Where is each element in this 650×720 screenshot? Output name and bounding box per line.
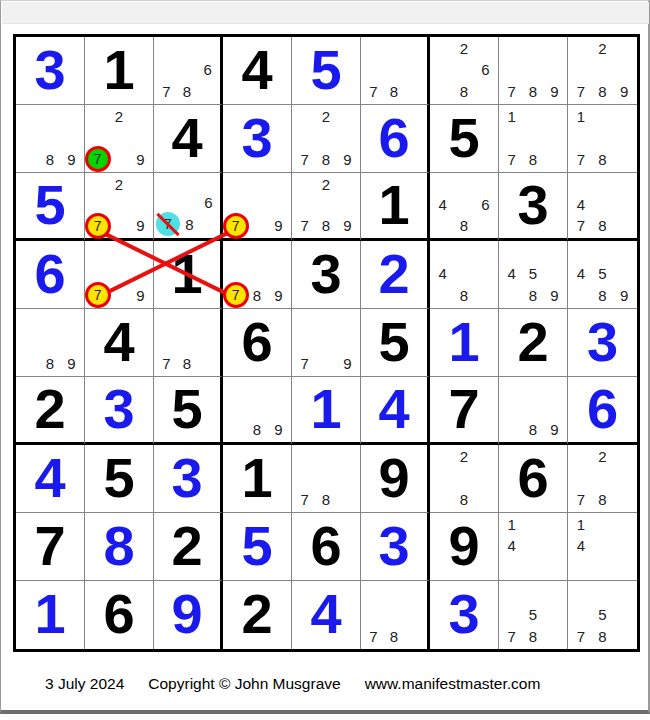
cell-r4c8[interactable]: 4589 xyxy=(499,241,568,309)
pencil-mark-2: 2 xyxy=(592,446,614,467)
pencil-mark-8: 8 xyxy=(453,489,474,510)
pencil-mark-7: 7 xyxy=(294,215,315,236)
pencil-mark-8: 8 xyxy=(453,285,474,306)
cell-r5c5[interactable]: 79 xyxy=(292,309,361,377)
pencil-grid: 4589 xyxy=(501,242,565,306)
cell-r5c3[interactable]: 78 xyxy=(154,309,223,377)
given-digit: 4 xyxy=(171,110,202,166)
pencil-mark-8: 8 xyxy=(592,489,614,510)
pencil-grid: 89 xyxy=(501,378,565,440)
solved-digit: 5 xyxy=(34,177,65,233)
pencil-grid: 89 xyxy=(18,106,82,170)
pencil-mark-7: 7 xyxy=(570,215,592,236)
cell-r5c6[interactable]: 5 xyxy=(361,309,430,377)
pencil-mark-7: 7 xyxy=(156,353,177,374)
cell-r2c9[interactable]: 178 xyxy=(568,105,637,173)
candidate-circle-yellow: 7 xyxy=(223,282,249,308)
cell-r1c1[interactable]: 3 xyxy=(16,37,85,105)
pencil-grid: 2789 xyxy=(294,174,358,236)
cell-r1c4[interactable]: 4 xyxy=(223,37,292,105)
cell-r9c4[interactable]: 2 xyxy=(223,581,292,649)
cell-r1c6[interactable]: 78 xyxy=(361,37,430,105)
pencil-grid: 78 xyxy=(156,310,218,374)
cell-r6c5[interactable]: 1 xyxy=(292,377,361,445)
solved-digit: 5 xyxy=(241,518,272,574)
cell-r4c9[interactable]: 4589 xyxy=(568,241,637,309)
pencil-mark-8: 8 xyxy=(180,212,199,236)
cell-r8c9[interactable]: 14 xyxy=(568,513,637,581)
cell-r8c7[interactable]: 9 xyxy=(430,513,499,581)
solved-digit: 4 xyxy=(34,450,65,506)
pencil-mark-8: 8 xyxy=(315,149,336,170)
cell-r9c3[interactable]: 9 xyxy=(154,581,223,649)
pencil-grid: 48 xyxy=(432,242,496,306)
pencil-mark-1: 1 xyxy=(570,514,592,535)
cell-r5c9[interactable]: 3 xyxy=(568,309,637,377)
pencil-grid: 468 xyxy=(432,174,496,236)
solved-digit: 6 xyxy=(378,110,409,166)
pencil-grid: 578 xyxy=(570,582,635,647)
candidate-circle-yellow: 7 xyxy=(85,213,111,239)
solved-digit: 9 xyxy=(171,586,202,642)
cell-r3c8[interactable]: 3 xyxy=(499,173,568,241)
solved-digit: 6 xyxy=(587,381,618,437)
given-digit: 1 xyxy=(241,450,272,506)
solved-digit: 3 xyxy=(103,381,134,437)
given-digit: 7 xyxy=(448,381,479,437)
cell-r7c7[interactable]: 28 xyxy=(430,445,499,513)
pencil-mark-9: 9 xyxy=(613,81,635,102)
pencil-mark-4: 4 xyxy=(570,263,592,284)
pencil-grid: 89 xyxy=(225,378,289,440)
pencil-grid: 678 xyxy=(156,38,218,102)
given-digit: 2 xyxy=(34,381,65,437)
pencil-mark-7: 7 xyxy=(501,625,522,647)
cell-r8c6[interactable]: 3 xyxy=(361,513,430,581)
cell-r9c1[interactable]: 1 xyxy=(16,581,85,649)
solved-digit: 3 xyxy=(241,110,272,166)
given-digit: 6 xyxy=(241,314,272,370)
pencil-grid: 14 xyxy=(570,514,635,578)
cell-r2c8[interactable]: 178 xyxy=(499,105,568,173)
pencil-mark-9: 9 xyxy=(130,215,151,236)
cell-r9c9[interactable]: 578 xyxy=(568,581,637,649)
cell-r3c3[interactable]: 678 xyxy=(154,173,223,241)
pencil-mark-8: 8 xyxy=(177,353,198,374)
cell-r9c6[interactable]: 78 xyxy=(361,581,430,649)
given-digit: 3 xyxy=(517,177,548,233)
given-digit: 7 xyxy=(34,518,65,574)
pencil-mark-4: 4 xyxy=(432,195,453,216)
pencil-mark-7: 7 xyxy=(363,625,384,647)
cell-r6c2[interactable]: 3 xyxy=(85,377,154,445)
pencil-mark-9: 9 xyxy=(337,215,358,236)
given-digit: 1 xyxy=(103,42,134,98)
pencil-mark-4: 4 xyxy=(432,263,453,284)
cell-r5c4[interactable]: 6 xyxy=(223,309,292,377)
cell-r9c5[interactable]: 4 xyxy=(292,581,361,649)
pencil-mark-2: 2 xyxy=(315,106,336,127)
pencil-grid: 279 xyxy=(87,106,151,170)
cell-r6c4[interactable]: 89 xyxy=(223,377,292,445)
pencil-mark-8: 8 xyxy=(522,419,543,440)
top-strip xyxy=(2,2,649,24)
pencil-grid: 4589 xyxy=(570,242,635,306)
cell-r3c7[interactable]: 468 xyxy=(430,173,499,241)
cell-r4c6[interactable]: 2 xyxy=(361,241,430,309)
pencil-grid: 2789 xyxy=(570,38,635,102)
solved-digit: 3 xyxy=(378,518,409,574)
pencil-mark-9: 9 xyxy=(268,215,289,236)
pencil-mark-7: 7 xyxy=(363,81,384,102)
cell-r3c9[interactable]: 478 xyxy=(568,173,637,241)
pencil-mark-9: 9 xyxy=(544,285,565,306)
given-digit: 3 xyxy=(310,246,341,302)
pencil-grid: 178 xyxy=(501,106,565,170)
given-digit: 6 xyxy=(517,450,548,506)
cell-r4c1[interactable]: 6 xyxy=(16,241,85,309)
pencil-grid: 678 xyxy=(156,174,218,236)
pencil-grid: 89 xyxy=(18,310,82,374)
cell-r2c1[interactable]: 89 xyxy=(16,105,85,173)
given-digit: 9 xyxy=(378,450,409,506)
cell-r2c3[interactable]: 4 xyxy=(154,105,223,173)
solved-digit: 4 xyxy=(378,381,409,437)
pencil-mark-9: 9 xyxy=(544,81,565,102)
solved-digit: 3 xyxy=(171,450,202,506)
cell-r9c2[interactable]: 6 xyxy=(85,581,154,649)
pencil-grid: 78 xyxy=(294,446,358,510)
cell-r8c4[interactable]: 5 xyxy=(223,513,292,581)
pencil-mark-9: 9 xyxy=(130,149,151,170)
cell-r3c4[interactable]: 79 xyxy=(223,173,292,241)
cell-r6c9[interactable]: 6 xyxy=(568,377,637,445)
cell-r7c4[interactable]: 1 xyxy=(223,445,292,513)
cell-r5c2[interactable]: 4 xyxy=(85,309,154,377)
cell-r7c3[interactable]: 3 xyxy=(154,445,223,513)
pencil-mark-9: 9 xyxy=(61,353,82,374)
cell-r6c3[interactable]: 5 xyxy=(154,377,223,445)
pencil-mark-6: 6 xyxy=(199,193,218,212)
pencil-mark-5: 5 xyxy=(522,263,543,284)
pencil-grid: 2789 xyxy=(294,106,358,170)
cell-r2c5[interactable]: 2789 xyxy=(292,105,361,173)
cell-r7c5[interactable]: 78 xyxy=(292,445,361,513)
pencil-mark-2: 2 xyxy=(108,106,129,127)
page-frame: 3167845782687892789892794327896517817852… xyxy=(0,0,650,714)
pencil-mark-2: 2 xyxy=(453,446,474,467)
cell-r8c8[interactable]: 14 xyxy=(499,513,568,581)
footer-date: 3 July 2024 xyxy=(45,675,124,693)
cell-r1c2[interactable]: 1 xyxy=(85,37,154,105)
pencil-mark-8: 8 xyxy=(522,285,543,306)
solved-digit: 3 xyxy=(448,586,479,642)
cell-r3c1[interactable]: 5 xyxy=(16,173,85,241)
pencil-mark-9: 9 xyxy=(544,419,565,440)
pencil-mark-8: 8 xyxy=(39,353,60,374)
pencil-grid: 789 xyxy=(501,38,565,102)
given-digit: 2 xyxy=(241,586,272,642)
cell-r3c2[interactable]: 279 xyxy=(85,173,154,241)
pencil-mark-4: 4 xyxy=(501,535,522,556)
cell-r6c8[interactable]: 89 xyxy=(499,377,568,445)
pencil-grid: 78 xyxy=(363,38,425,102)
cell-r7c9[interactable]: 278 xyxy=(568,445,637,513)
solved-digit: 2 xyxy=(378,246,409,302)
given-digit: 2 xyxy=(517,314,548,370)
pencil-mark-7: 7 xyxy=(570,149,592,170)
solved-digit: 3 xyxy=(587,314,618,370)
pencil-mark-8: 8 xyxy=(522,81,543,102)
given-digit: 1 xyxy=(171,246,202,302)
cell-r7c1[interactable]: 4 xyxy=(16,445,85,513)
pencil-grid: 28 xyxy=(432,446,496,510)
pencil-mark-4: 4 xyxy=(570,535,592,556)
pencil-grid: 478 xyxy=(570,174,635,236)
cell-r9c7[interactable]: 3 xyxy=(430,581,499,649)
pencil-mark-9: 9 xyxy=(337,149,358,170)
pencil-grid: 79 xyxy=(294,310,358,374)
cell-r1c5[interactable]: 5 xyxy=(292,37,361,105)
cell-r2c7[interactable]: 5 xyxy=(430,105,499,173)
pencil-mark-5: 5 xyxy=(592,263,614,284)
pencil-mark-7: 7 xyxy=(501,149,522,170)
candidate-circle-cyan: 7 xyxy=(156,212,180,236)
pencil-mark-7: 7 xyxy=(294,489,315,510)
pencil-mark-9: 9 xyxy=(613,285,635,306)
cell-r5c8[interactable]: 2 xyxy=(499,309,568,377)
solved-digit: 3 xyxy=(34,42,65,98)
pencil-grid: 79 xyxy=(225,174,289,236)
solved-digit: 8 xyxy=(103,518,134,574)
cell-r2c6[interactable]: 6 xyxy=(361,105,430,173)
pencil-mark-2: 2 xyxy=(453,38,474,59)
cell-r6c6[interactable]: 4 xyxy=(361,377,430,445)
candidate-circle-yellow: 7 xyxy=(85,282,111,308)
solved-digit: 6 xyxy=(34,246,65,302)
cell-r1c9[interactable]: 2789 xyxy=(568,37,637,105)
pencil-grid: 268 xyxy=(432,38,496,102)
cell-r8c5[interactable]: 6 xyxy=(292,513,361,581)
cell-r3c5[interactable]: 2789 xyxy=(292,173,361,241)
pencil-mark-2: 2 xyxy=(592,38,614,59)
pencil-mark-9: 9 xyxy=(268,419,289,440)
cell-r1c3[interactable]: 678 xyxy=(154,37,223,105)
cell-r4c2[interactable]: 79 xyxy=(85,241,154,309)
given-digit: 5 xyxy=(448,110,479,166)
solved-digit: 4 xyxy=(310,586,341,642)
pencil-mark-8: 8 xyxy=(592,81,614,102)
pencil-grid: 78 xyxy=(363,582,425,647)
pencil-mark-2: 2 xyxy=(108,174,129,195)
pencil-grid: 79 xyxy=(87,242,151,306)
pencil-mark-8: 8 xyxy=(592,215,614,236)
pencil-mark-7: 7 xyxy=(570,489,592,510)
pencil-mark-7: 7 xyxy=(294,149,315,170)
pencil-mark-6: 6 xyxy=(197,59,218,80)
cell-r8c2[interactable]: 8 xyxy=(85,513,154,581)
cell-r3c6[interactable]: 1 xyxy=(361,173,430,241)
pencil-mark-8: 8 xyxy=(453,81,474,102)
pencil-mark-8: 8 xyxy=(522,625,543,647)
cell-r6c1[interactable]: 2 xyxy=(16,377,85,445)
given-digit: 1 xyxy=(378,177,409,233)
cell-r7c6[interactable]: 9 xyxy=(361,445,430,513)
pencil-mark-7: 7 xyxy=(570,625,592,647)
pencil-mark-9: 9 xyxy=(337,353,358,374)
candidate-circle-green: 7 xyxy=(85,146,111,172)
pencil-grid: 789 xyxy=(225,242,289,306)
cell-r1c8[interactable]: 789 xyxy=(499,37,568,105)
pencil-mark-7: 7 xyxy=(156,81,177,102)
pencil-mark-8: 8 xyxy=(592,625,614,647)
cell-r4c5[interactable]: 3 xyxy=(292,241,361,309)
cell-r4c7[interactable]: 48 xyxy=(430,241,499,309)
pencil-mark-2: 2 xyxy=(315,174,336,195)
pencil-mark-7: 7 xyxy=(570,81,592,102)
pencil-mark-8: 8 xyxy=(315,489,336,510)
cell-r7c2[interactable]: 5 xyxy=(85,445,154,513)
pencil-mark-9: 9 xyxy=(130,285,151,306)
pencil-mark-8: 8 xyxy=(246,285,267,306)
pencil-mark-9: 9 xyxy=(268,285,289,306)
pencil-mark-8: 8 xyxy=(246,419,267,440)
given-digit: 6 xyxy=(310,518,341,574)
cell-r5c7[interactable]: 1 xyxy=(430,309,499,377)
pencil-mark-4: 4 xyxy=(501,263,522,284)
pencil-grid: 279 xyxy=(87,174,151,236)
pencil-mark-8: 8 xyxy=(592,149,614,170)
cell-r4c4[interactable]: 789 xyxy=(223,241,292,309)
pencil-grid: 278 xyxy=(570,446,635,510)
pencil-mark-6: 6 xyxy=(475,59,496,80)
given-digit: 6 xyxy=(103,586,134,642)
solved-digit: 1 xyxy=(34,586,65,642)
solved-digit: 1 xyxy=(448,314,479,370)
pencil-mark-1: 1 xyxy=(501,106,522,127)
footer-website: www.manifestmaster.com xyxy=(365,675,541,693)
pencil-mark-8: 8 xyxy=(453,215,474,236)
given-digit: 5 xyxy=(378,314,409,370)
pencil-mark-5: 5 xyxy=(592,604,614,626)
pencil-mark-4: 4 xyxy=(570,195,592,216)
pencil-mark-8: 8 xyxy=(315,215,336,236)
pencil-grid: 178 xyxy=(570,106,635,170)
cell-r6c7[interactable]: 7 xyxy=(430,377,499,445)
pencil-mark-8: 8 xyxy=(384,625,405,647)
given-digit: 9 xyxy=(448,518,479,574)
cell-r1c7[interactable]: 268 xyxy=(430,37,499,105)
given-digit: 5 xyxy=(103,450,134,506)
given-digit: 4 xyxy=(241,42,272,98)
pencil-mark-1: 1 xyxy=(570,106,592,127)
solved-digit: 1 xyxy=(310,381,341,437)
pencil-grid: 578 xyxy=(501,582,565,647)
pencil-grid: 14 xyxy=(501,514,565,578)
sudoku-board: 3167845782687892789892794327896517817852… xyxy=(13,34,640,652)
pencil-mark-8: 8 xyxy=(39,149,60,170)
pencil-mark-8: 8 xyxy=(522,149,543,170)
cell-r5c1[interactable]: 89 xyxy=(16,309,85,377)
cell-r4c3[interactable]: 1 xyxy=(154,241,223,309)
given-digit: 5 xyxy=(171,381,202,437)
footer: 3 July 2024 Copyright © John Musgrave ww… xyxy=(45,675,540,693)
cell-r2c2[interactable]: 279 xyxy=(85,105,154,173)
pencil-mark-8: 8 xyxy=(592,285,614,306)
cell-r8c3[interactable]: 2 xyxy=(154,513,223,581)
pencil-mark-5: 5 xyxy=(522,604,543,626)
pencil-mark-9: 9 xyxy=(61,149,82,170)
pencil-mark-8: 8 xyxy=(177,81,198,102)
pencil-mark-8: 8 xyxy=(384,81,405,102)
cell-r2c4[interactable]: 3 xyxy=(223,105,292,173)
pencil-mark-7: 7 xyxy=(294,353,315,374)
candidate-circle-yellow: 7 xyxy=(223,213,249,239)
given-digit: 4 xyxy=(103,314,134,370)
pencil-mark-1: 1 xyxy=(501,514,522,535)
cell-r7c8[interactable]: 6 xyxy=(499,445,568,513)
cell-r9c8[interactable]: 578 xyxy=(499,581,568,649)
cell-r8c1[interactable]: 7 xyxy=(16,513,85,581)
pencil-mark-6: 6 xyxy=(475,195,496,216)
given-digit: 2 xyxy=(171,518,202,574)
solved-digit: 5 xyxy=(310,42,341,98)
pencil-mark-7: 7 xyxy=(501,81,522,102)
footer-copyright: Copyright © John Musgrave xyxy=(148,675,340,693)
